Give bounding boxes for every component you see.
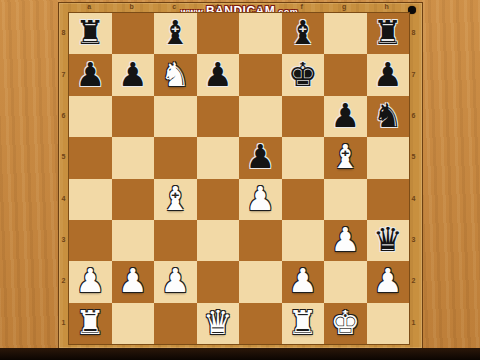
- white-pawn-g3[interactable]: ♟: [330, 223, 360, 256]
- square-h6[interactable]: ♞: [367, 96, 410, 137]
- rank-label-1: 1: [409, 302, 418, 343]
- black-pawn-b7[interactable]: ♟: [118, 58, 148, 91]
- file-label-b: b: [111, 1, 154, 11]
- square-g5[interactable]: ♝: [324, 137, 367, 178]
- square-g3[interactable]: ♟: [324, 220, 367, 261]
- square-f8[interactable]: ♝: [282, 13, 325, 54]
- white-bishop-c4[interactable]: ♝: [160, 182, 190, 215]
- board-squares: ♜♝♝♜♟♟♞♟♚♟♟♞♟♝♝♟♟♛♟♟♟♟♟♜♛♜♚: [68, 12, 410, 345]
- rank-label-5: 5: [409, 136, 418, 177]
- white-queen-d1[interactable]: ♛: [203, 306, 233, 339]
- square-d1[interactable]: ♛: [197, 303, 240, 344]
- square-d2[interactable]: [197, 261, 240, 302]
- black-bishop-c8[interactable]: ♝: [160, 16, 190, 49]
- rank-label-5: 5: [59, 136, 68, 177]
- square-b8[interactable]: [112, 13, 155, 54]
- square-h3[interactable]: ♛: [367, 220, 410, 261]
- square-g8[interactable]: [324, 13, 367, 54]
- square-f3[interactable]: [282, 220, 325, 261]
- square-b6[interactable]: [112, 96, 155, 137]
- square-a2[interactable]: ♟: [69, 261, 112, 302]
- square-b7[interactable]: ♟: [112, 54, 155, 95]
- square-b2[interactable]: ♟: [112, 261, 155, 302]
- square-e8[interactable]: [239, 13, 282, 54]
- white-rook-a1[interactable]: ♜: [75, 306, 105, 339]
- white-pawn-a2[interactable]: ♟: [75, 264, 105, 297]
- black-king-f7[interactable]: ♚: [288, 58, 318, 91]
- square-d4[interactable]: [197, 179, 240, 220]
- black-pawn-h7[interactable]: ♟: [373, 58, 403, 91]
- square-d3[interactable]: [197, 220, 240, 261]
- file-label-e: e: [238, 1, 281, 11]
- square-f6[interactable]: [282, 96, 325, 137]
- white-king-g1[interactable]: ♚: [330, 306, 360, 339]
- black-pawn-e5[interactable]: ♟: [245, 140, 275, 173]
- square-f2[interactable]: ♟: [282, 261, 325, 302]
- square-h8[interactable]: ♜: [367, 13, 410, 54]
- rank-label-1: 1: [59, 302, 68, 343]
- rank-label-4: 4: [59, 178, 68, 219]
- black-pawn-g6[interactable]: ♟: [330, 99, 360, 132]
- square-a3[interactable]: [69, 220, 112, 261]
- square-e3[interactable]: [239, 220, 282, 261]
- rank-label-3: 3: [59, 219, 68, 260]
- black-knight-h6[interactable]: ♞: [373, 99, 403, 132]
- square-g7[interactable]: [324, 54, 367, 95]
- square-e5[interactable]: ♟: [239, 137, 282, 178]
- black-bishop-f8[interactable]: ♝: [288, 16, 318, 49]
- white-pawn-f2[interactable]: ♟: [288, 264, 318, 297]
- square-d8[interactable]: [197, 13, 240, 54]
- square-h7[interactable]: ♟: [367, 54, 410, 95]
- square-a4[interactable]: [69, 179, 112, 220]
- square-e1[interactable]: [239, 303, 282, 344]
- square-c2[interactable]: ♟: [154, 261, 197, 302]
- square-c6[interactable]: [154, 96, 197, 137]
- white-bishop-g5[interactable]: ♝: [330, 140, 360, 173]
- rank-label-6: 6: [59, 95, 68, 136]
- rank-label-8: 8: [59, 12, 68, 53]
- rank-label-2: 2: [59, 260, 68, 301]
- square-d6[interactable]: [197, 96, 240, 137]
- square-f5[interactable]: [282, 137, 325, 178]
- rank-label-8: 8: [409, 12, 418, 53]
- white-pawn-h2[interactable]: ♟: [373, 264, 403, 297]
- square-c5[interactable]: [154, 137, 197, 178]
- black-queen-h3[interactable]: ♛: [373, 223, 403, 256]
- bottom-dark-strip: [0, 348, 480, 360]
- square-b1[interactable]: [112, 303, 155, 344]
- square-h5[interactable]: [367, 137, 410, 178]
- square-f4[interactable]: [282, 179, 325, 220]
- white-pawn-e4[interactable]: ♟: [245, 182, 275, 215]
- square-d5[interactable]: [197, 137, 240, 178]
- white-pawn-c2[interactable]: ♟: [160, 264, 190, 297]
- square-c4[interactable]: ♝: [154, 179, 197, 220]
- square-h2[interactable]: ♟: [367, 261, 410, 302]
- rank-label-7: 7: [59, 53, 68, 94]
- rank-label-2: 2: [409, 260, 418, 301]
- square-c1[interactable]: [154, 303, 197, 344]
- square-h1[interactable]: [367, 303, 410, 344]
- black-rook-a8[interactable]: ♜: [75, 16, 105, 49]
- file-label-h: h: [366, 1, 409, 11]
- rank-label-3: 3: [409, 219, 418, 260]
- square-a5[interactable]: [69, 137, 112, 178]
- square-a7[interactable]: ♟: [69, 54, 112, 95]
- square-f7[interactable]: ♚: [282, 54, 325, 95]
- rank-label-6: 6: [409, 95, 418, 136]
- square-b3[interactable]: [112, 220, 155, 261]
- square-f1[interactable]: ♜: [282, 303, 325, 344]
- square-e4[interactable]: ♟: [239, 179, 282, 220]
- file-label-d: d: [196, 1, 239, 11]
- square-e6[interactable]: [239, 96, 282, 137]
- square-e7[interactable]: [239, 54, 282, 95]
- square-a6[interactable]: [69, 96, 112, 137]
- square-g6[interactable]: ♟: [324, 96, 367, 137]
- square-b5[interactable]: [112, 137, 155, 178]
- square-c3[interactable]: [154, 220, 197, 261]
- file-label-f: f: [281, 1, 324, 11]
- square-c8[interactable]: ♝: [154, 13, 197, 54]
- white-rook-f1[interactable]: ♜: [288, 306, 318, 339]
- screen: www.BANDICAM.com abcdefgh abcdefgh 87654…: [0, 0, 480, 360]
- square-h4[interactable]: [367, 179, 410, 220]
- rank-labels-right: 87654321: [409, 12, 418, 343]
- black-rook-h8[interactable]: ♜: [373, 16, 403, 49]
- square-d7[interactable]: ♟: [197, 54, 240, 95]
- square-g4[interactable]: [324, 179, 367, 220]
- white-knight-c7[interactable]: ♞: [160, 58, 190, 91]
- square-a1[interactable]: ♜: [69, 303, 112, 344]
- black-pawn-d7[interactable]: ♟: [203, 58, 233, 91]
- file-label-g: g: [323, 1, 366, 11]
- file-label-a: a: [68, 1, 111, 11]
- rank-labels-left: 87654321: [59, 12, 68, 343]
- rank-label-7: 7: [409, 53, 418, 94]
- square-g1[interactable]: ♚: [324, 303, 367, 344]
- black-pawn-a7[interactable]: ♟: [75, 58, 105, 91]
- square-b4[interactable]: [112, 179, 155, 220]
- rank-label-4: 4: [409, 178, 418, 219]
- file-labels-top: abcdefgh: [68, 1, 408, 11]
- square-c7[interactable]: ♞: [154, 54, 197, 95]
- square-a8[interactable]: ♜: [69, 13, 112, 54]
- white-pawn-b2[interactable]: ♟: [118, 264, 148, 297]
- square-g2[interactable]: [324, 261, 367, 302]
- file-label-c: c: [153, 1, 196, 11]
- square-e2[interactable]: [239, 261, 282, 302]
